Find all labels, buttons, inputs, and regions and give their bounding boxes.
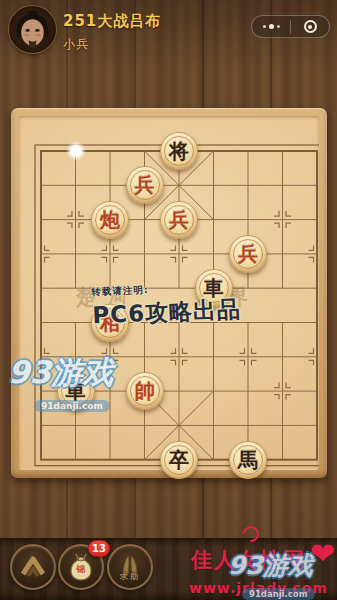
- board-frame: 楚河 漢界 将兵炮兵兵車相車帥卒馬: [11, 108, 327, 478]
- bag-character: 锦: [77, 562, 86, 575]
- chevron-up-icon: [18, 552, 48, 582]
- piece-black-車[interactable]: 車: [57, 372, 95, 410]
- piece-character: 将: [169, 141, 189, 161]
- piece-character: 車: [204, 278, 224, 298]
- move-highlight-dot: [66, 141, 86, 161]
- board-grid: [19, 116, 319, 474]
- piece-black-馬[interactable]: 馬: [229, 441, 267, 479]
- warrior-portrait-image: [11, 8, 54, 51]
- wechat-capsule: [251, 15, 330, 38]
- help-label: 求助: [109, 571, 151, 582]
- piece-character: 車: [66, 381, 86, 401]
- more-button[interactable]: [252, 16, 290, 37]
- piece-black-卒[interactable]: 卒: [160, 441, 198, 479]
- player-avatar[interactable]: [9, 6, 56, 53]
- ask-help-button[interactable]: 求助: [107, 544, 153, 590]
- piece-black-車[interactable]: 車: [195, 269, 233, 307]
- piece-character: 卒: [169, 450, 189, 470]
- piece-red-帥[interactable]: 帥: [126, 372, 164, 410]
- piece-character: 帥: [135, 381, 155, 401]
- piece-character: 兵: [238, 244, 258, 264]
- piece-character: 兵: [169, 210, 189, 230]
- piece-red-兵[interactable]: 兵: [229, 235, 267, 273]
- piece-red-兵[interactable]: 兵: [160, 201, 198, 239]
- circle-dot-icon: [304, 20, 317, 33]
- expand-menu-button[interactable]: [10, 544, 56, 590]
- piece-character: 炮: [100, 210, 120, 230]
- piece-character: 相: [100, 313, 120, 333]
- bottom-toolbar: 锦 求助: [0, 538, 337, 600]
- piece-character: 馬: [238, 450, 258, 470]
- ellipsis-icon: [263, 24, 280, 29]
- title-block: 251大战吕布 小兵: [63, 12, 161, 53]
- xiangqi-board[interactable]: 楚河 漢界 将兵炮兵兵車相車帥卒馬: [19, 116, 319, 470]
- rank-subtitle: 小兵: [63, 36, 161, 53]
- piece-character: 兵: [135, 175, 155, 195]
- piece-black-将[interactable]: 将: [160, 132, 198, 170]
- level-title: 251大战吕布: [63, 12, 161, 31]
- close-minimize-button[interactable]: [291, 16, 329, 37]
- hint-count-badge: 13: [88, 540, 110, 557]
- piece-red-兵[interactable]: 兵: [126, 166, 164, 204]
- piece-red-炮[interactable]: 炮: [91, 201, 129, 239]
- app-screen: 251大战吕布 小兵 楚河 漢界 将兵炮兵兵車相車帥卒馬 转载请注明: PC6攻…: [0, 0, 337, 600]
- top-bar: 251大战吕布 小兵: [0, 0, 337, 58]
- piece-red-相[interactable]: 相: [91, 304, 129, 342]
